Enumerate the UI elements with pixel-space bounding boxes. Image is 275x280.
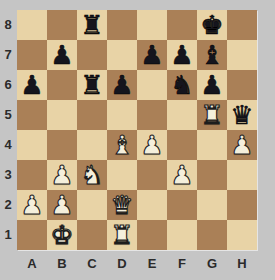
square-g7[interactable]: ♝ xyxy=(197,40,227,70)
square-b4[interactable] xyxy=(47,130,77,160)
square-f4[interactable] xyxy=(167,130,197,160)
file-label-c: C xyxy=(77,250,107,278)
white-knight: ♞ xyxy=(77,160,107,190)
black-pawn: ♟ xyxy=(197,70,227,100)
white-pawn: ♟ xyxy=(227,130,257,160)
square-f5[interactable] xyxy=(167,100,197,130)
white-pawn: ♟ xyxy=(167,160,197,190)
square-h4[interactable]: ♟ xyxy=(227,130,257,160)
white-queen: ♛ xyxy=(107,190,137,220)
square-a3[interactable] xyxy=(17,160,47,190)
black-rook: ♜ xyxy=(77,70,107,100)
rank-label-1: 1 xyxy=(0,220,16,250)
square-g8[interactable]: ♚ xyxy=(197,10,227,40)
square-e6[interactable] xyxy=(137,70,167,100)
square-h2[interactable] xyxy=(227,190,257,220)
white-pawn: ♟ xyxy=(47,160,77,190)
square-a1[interactable] xyxy=(17,220,47,250)
square-g5[interactable]: ♜ xyxy=(197,100,227,130)
square-a7[interactable] xyxy=(17,40,47,70)
chess-board: ♜♚♟♟♟♝♟♜♟♞♟♜♛♝♟♟♟♞♟♟♟♛♚♜ xyxy=(17,10,257,250)
file-label-d: D xyxy=(107,250,137,278)
black-pawn: ♟ xyxy=(107,70,137,100)
white-bishop: ♝ xyxy=(107,130,137,160)
white-rook: ♜ xyxy=(107,220,137,250)
square-d8[interactable] xyxy=(107,10,137,40)
square-a5[interactable] xyxy=(17,100,47,130)
white-pawn: ♟ xyxy=(137,130,167,160)
square-d3[interactable] xyxy=(107,160,137,190)
square-e1[interactable] xyxy=(137,220,167,250)
square-f1[interactable] xyxy=(167,220,197,250)
square-b2[interactable]: ♟ xyxy=(47,190,77,220)
square-e5[interactable] xyxy=(137,100,167,130)
black-pawn: ♟ xyxy=(47,40,77,70)
square-g4[interactable] xyxy=(197,130,227,160)
square-a4[interactable] xyxy=(17,130,47,160)
square-c3[interactable]: ♞ xyxy=(77,160,107,190)
black-rook: ♜ xyxy=(77,10,107,40)
square-e2[interactable] xyxy=(137,190,167,220)
square-d6[interactable]: ♟ xyxy=(107,70,137,100)
square-h5[interactable]: ♛ xyxy=(227,100,257,130)
square-c4[interactable] xyxy=(77,130,107,160)
square-b5[interactable] xyxy=(47,100,77,130)
square-b8[interactable] xyxy=(47,10,77,40)
rank-label-2: 2 xyxy=(0,190,16,220)
white-rook: ♜ xyxy=(197,100,227,130)
rank-label-8: 8 xyxy=(0,10,16,40)
square-f3[interactable]: ♟ xyxy=(167,160,197,190)
square-d7[interactable] xyxy=(107,40,137,70)
square-d5[interactable] xyxy=(107,100,137,130)
black-knight: ♞ xyxy=(167,70,197,100)
rank-label-3: 3 xyxy=(0,160,16,190)
square-a2[interactable]: ♟ xyxy=(17,190,47,220)
square-f7[interactable]: ♟ xyxy=(167,40,197,70)
square-e3[interactable] xyxy=(137,160,167,190)
square-f8[interactable] xyxy=(167,10,197,40)
square-c8[interactable]: ♜ xyxy=(77,10,107,40)
file-label-e: E xyxy=(137,250,167,278)
rank-label-5: 5 xyxy=(0,100,16,130)
square-d4[interactable]: ♝ xyxy=(107,130,137,160)
file-label-f: F xyxy=(167,250,197,278)
chess-diagram: 87654321 ♜♚♟♟♟♝♟♜♟♞♟♜♛♝♟♟♟♞♟♟♟♛♚♜ ABCDEF… xyxy=(0,0,275,280)
black-queen: ♛ xyxy=(227,100,257,130)
square-g1[interactable] xyxy=(197,220,227,250)
square-a6[interactable]: ♟ xyxy=(17,70,47,100)
white-king: ♚ xyxy=(47,220,77,250)
white-pawn: ♟ xyxy=(47,190,77,220)
square-h7[interactable] xyxy=(227,40,257,70)
file-label-h: H xyxy=(227,250,257,278)
white-pawn: ♟ xyxy=(17,190,47,220)
square-c5[interactable] xyxy=(77,100,107,130)
square-h6[interactable] xyxy=(227,70,257,100)
square-a8[interactable] xyxy=(17,10,47,40)
square-c7[interactable] xyxy=(77,40,107,70)
rank-label-6: 6 xyxy=(0,70,16,100)
square-f6[interactable]: ♞ xyxy=(167,70,197,100)
black-bishop: ♝ xyxy=(197,40,227,70)
square-b3[interactable]: ♟ xyxy=(47,160,77,190)
square-f2[interactable] xyxy=(167,190,197,220)
square-d2[interactable]: ♛ xyxy=(107,190,137,220)
file-label-g: G xyxy=(197,250,227,278)
black-pawn: ♟ xyxy=(137,40,167,70)
black-pawn: ♟ xyxy=(167,40,197,70)
square-d1[interactable]: ♜ xyxy=(107,220,137,250)
square-c2[interactable] xyxy=(77,190,107,220)
square-e8[interactable] xyxy=(137,10,167,40)
square-b1[interactable]: ♚ xyxy=(47,220,77,250)
square-g6[interactable]: ♟ xyxy=(197,70,227,100)
rank-label-7: 7 xyxy=(0,40,16,70)
square-h1[interactable] xyxy=(227,220,257,250)
black-king: ♚ xyxy=(197,10,227,40)
square-g3[interactable] xyxy=(197,160,227,190)
square-h3[interactable] xyxy=(227,160,257,190)
square-h8[interactable] xyxy=(227,10,257,40)
square-g2[interactable] xyxy=(197,190,227,220)
square-c6[interactable]: ♜ xyxy=(77,70,107,100)
black-pawn: ♟ xyxy=(17,70,47,100)
file-label-a: A xyxy=(17,250,47,278)
rank-label-4: 4 xyxy=(0,130,16,160)
file-label-b: B xyxy=(47,250,77,278)
square-e7[interactable]: ♟ xyxy=(137,40,167,70)
file-labels: ABCDEFGH xyxy=(17,250,257,278)
square-b6[interactable] xyxy=(47,70,77,100)
square-e4[interactable]: ♟ xyxy=(137,130,167,160)
square-c1[interactable] xyxy=(77,220,107,250)
square-b7[interactable]: ♟ xyxy=(47,40,77,70)
